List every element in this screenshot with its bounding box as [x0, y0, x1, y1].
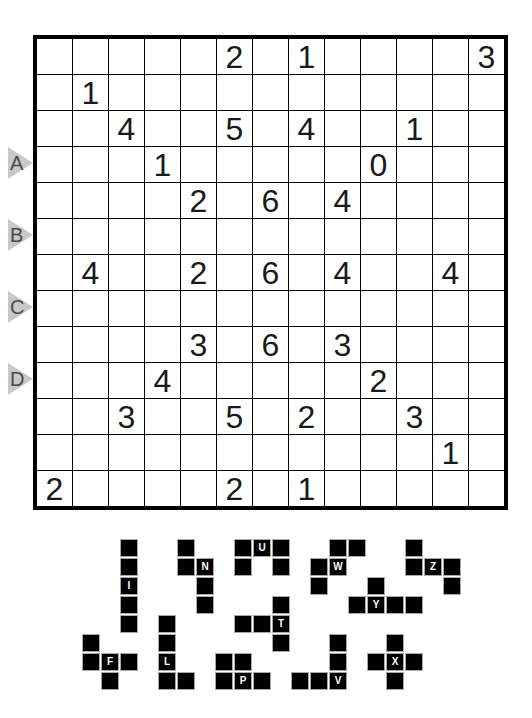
- pentomino-cell: [444, 578, 460, 594]
- grid-cell[interactable]: [109, 471, 144, 506]
- pentomino-cell: [254, 673, 270, 689]
- grid-cell[interactable]: 6: [253, 327, 288, 362]
- pentomino-cell: [273, 635, 289, 651]
- grid-cell[interactable]: 4: [289, 111, 324, 146]
- clue-number: 1: [154, 149, 172, 181]
- grid-cell[interactable]: [253, 363, 288, 398]
- grid-cell[interactable]: [37, 291, 72, 326]
- pentomino-cell: [178, 540, 194, 556]
- clue-number: 4: [298, 113, 316, 145]
- grid-cell[interactable]: [433, 291, 468, 326]
- grid-cell[interactable]: [145, 183, 180, 218]
- grid-cell[interactable]: [361, 75, 396, 110]
- grid-cell[interactable]: [73, 363, 108, 398]
- grid-cell[interactable]: [433, 363, 468, 398]
- pentomino-cell: [406, 540, 422, 556]
- grid-cell[interactable]: [397, 75, 432, 110]
- grid-cell[interactable]: 4: [325, 255, 360, 290]
- pentomino-cell: N: [197, 559, 213, 575]
- grid-cell[interactable]: 1: [73, 75, 108, 110]
- grid-cell[interactable]: [397, 147, 432, 182]
- grid-cell[interactable]: [397, 39, 432, 74]
- grid-cell[interactable]: [73, 219, 108, 254]
- grid-cell[interactable]: [361, 327, 396, 362]
- pentomino-cell: [311, 559, 327, 575]
- pentomino-cell: [197, 597, 213, 613]
- grid-cell[interactable]: 1: [433, 435, 468, 470]
- grid-cell[interactable]: 4: [109, 111, 144, 146]
- clue-number: 4: [334, 257, 352, 289]
- answer-marker-d: D: [7, 363, 33, 395]
- pentomino-cell: U: [254, 540, 270, 556]
- grid-cell[interactable]: [37, 363, 72, 398]
- grid-cell[interactable]: 4: [325, 183, 360, 218]
- pentomino-cell: [121, 654, 137, 670]
- marker-letter: D: [10, 369, 24, 389]
- grid-cell[interactable]: [73, 399, 108, 434]
- grid-cell[interactable]: [469, 111, 504, 146]
- grid-cell[interactable]: 2: [181, 255, 216, 290]
- grid-cell[interactable]: [433, 219, 468, 254]
- pentomino-label: Y: [373, 600, 380, 610]
- clue-number: 2: [370, 365, 388, 397]
- grid-cell[interactable]: [109, 291, 144, 326]
- grid-cell[interactable]: 3: [469, 39, 504, 74]
- grid-cell[interactable]: 2: [217, 39, 252, 74]
- grid-cell[interactable]: [145, 291, 180, 326]
- pentomino-cell: F: [102, 654, 118, 670]
- pentomino-cell: T: [273, 616, 289, 632]
- clue-number: 5: [226, 401, 244, 433]
- grid-cell[interactable]: [217, 255, 252, 290]
- grid-cell[interactable]: [73, 327, 108, 362]
- pentomino-cell: [311, 673, 327, 689]
- grid-cell[interactable]: [217, 327, 252, 362]
- clue-number: 6: [262, 329, 280, 361]
- grid-cell[interactable]: [37, 255, 72, 290]
- grid-cell[interactable]: [181, 39, 216, 74]
- grid-cell[interactable]: [181, 435, 216, 470]
- grid-cell[interactable]: [469, 435, 504, 470]
- pentomino-label: W: [333, 562, 342, 572]
- pentomino-cell: X: [387, 654, 403, 670]
- clue-number: 2: [226, 41, 244, 73]
- clue-number: 3: [118, 401, 136, 433]
- grid-cell[interactable]: [325, 219, 360, 254]
- answer-marker-c: C: [7, 291, 33, 323]
- grid-cell[interactable]: [325, 147, 360, 182]
- pentomino-cell: [349, 597, 365, 613]
- pentomino-cell: [235, 559, 251, 575]
- pentomino-cell: [273, 559, 289, 575]
- grid-cell[interactable]: [181, 219, 216, 254]
- clue-number: 2: [190, 257, 208, 289]
- pentomino-cell: L: [159, 654, 175, 670]
- grid-cell[interactable]: [433, 75, 468, 110]
- puzzle-board: 2131454110264426443634235231221: [33, 35, 508, 510]
- pentomino-cell: [216, 673, 232, 689]
- grid-cell[interactable]: 5: [217, 399, 252, 434]
- pentomino-label: V: [335, 676, 342, 686]
- clue-number: 6: [262, 185, 280, 217]
- grid-cell[interactable]: [73, 291, 108, 326]
- grid-cell[interactable]: [397, 471, 432, 506]
- grid-cell[interactable]: [181, 291, 216, 326]
- pentomino-label: N: [201, 562, 208, 572]
- clue-number: 1: [406, 113, 424, 145]
- grid-cell[interactable]: [109, 255, 144, 290]
- marker-letter: A: [10, 153, 23, 173]
- pentomino-cell: [368, 654, 384, 670]
- clue-number: 4: [154, 365, 172, 397]
- clue-number: 4: [334, 185, 352, 217]
- pentomino-cell: P: [235, 673, 251, 689]
- grid-cell[interactable]: [433, 399, 468, 434]
- grid-cell[interactable]: [253, 111, 288, 146]
- pentomino-cell: [159, 635, 175, 651]
- grid-cell[interactable]: [433, 183, 468, 218]
- grid-cell[interactable]: 2: [181, 183, 216, 218]
- grid-cell[interactable]: 3: [109, 399, 144, 434]
- grid-cell[interactable]: [433, 39, 468, 74]
- pentomino-cell: [406, 559, 422, 575]
- grid-cell[interactable]: [469, 147, 504, 182]
- grid-cell[interactable]: 1: [289, 471, 324, 506]
- pentomino-cell: [121, 540, 137, 556]
- grid-cell[interactable]: [361, 471, 396, 506]
- grid-cell[interactable]: [469, 291, 504, 326]
- pentomino-cell: [216, 654, 232, 670]
- grid-cell[interactable]: [73, 471, 108, 506]
- pentomino-cell: [121, 559, 137, 575]
- pentomino-cell: [406, 654, 422, 670]
- grid-cell[interactable]: [325, 363, 360, 398]
- grid-cell[interactable]: [181, 111, 216, 146]
- pentomino-cell: [159, 673, 175, 689]
- grid-cell[interactable]: [73, 435, 108, 470]
- pentomino-label: F: [107, 657, 113, 667]
- pentomino-cell: [121, 597, 137, 613]
- clue-number: 5: [226, 113, 244, 145]
- grid-cell[interactable]: [325, 471, 360, 506]
- grid-cell[interactable]: [289, 147, 324, 182]
- grid-cell[interactable]: [73, 147, 108, 182]
- grid-cell[interactable]: [181, 75, 216, 110]
- grid-cell[interactable]: [325, 435, 360, 470]
- pentomino-bank: IFNLUPTWVYXZ: [83, 540, 461, 690]
- grid-cell[interactable]: [289, 75, 324, 110]
- pentomino-cell: [235, 654, 251, 670]
- grid-cell[interactable]: 1: [397, 111, 432, 146]
- grid-cell[interactable]: [397, 255, 432, 290]
- marker-letter: C: [10, 297, 24, 317]
- grid-cell[interactable]: [289, 363, 324, 398]
- clue-number: 1: [82, 77, 100, 109]
- grid-cell[interactable]: [109, 219, 144, 254]
- pentomino-cell: [197, 578, 213, 594]
- grid-cell[interactable]: [253, 291, 288, 326]
- grid-cell[interactable]: [433, 111, 468, 146]
- grid-cell[interactable]: [109, 183, 144, 218]
- grid-cell[interactable]: [253, 147, 288, 182]
- grid-cell[interactable]: [145, 399, 180, 434]
- grid-cell[interactable]: [469, 327, 504, 362]
- grid-cell[interactable]: [361, 39, 396, 74]
- grid-cell[interactable]: [145, 111, 180, 146]
- clue-number: 2: [226, 473, 244, 505]
- clue-number: 2: [298, 401, 316, 433]
- grid-cell[interactable]: [217, 435, 252, 470]
- grid-cell[interactable]: [37, 39, 72, 74]
- grid-cell[interactable]: [469, 183, 504, 218]
- grid-cell[interactable]: 2: [289, 399, 324, 434]
- grid-cell[interactable]: [361, 399, 396, 434]
- pentomino-cell: [406, 597, 422, 613]
- grid-cell[interactable]: [109, 363, 144, 398]
- clue-number: 3: [190, 329, 208, 361]
- grid-cell[interactable]: [37, 183, 72, 218]
- grid-cell[interactable]: [397, 183, 432, 218]
- pentomino-cell: V: [330, 673, 346, 689]
- grid-cell[interactable]: [325, 399, 360, 434]
- grid-cell[interactable]: 2: [217, 471, 252, 506]
- clue-number: 4: [82, 257, 100, 289]
- clue-number: 4: [118, 113, 136, 145]
- grid-cell[interactable]: [145, 327, 180, 362]
- grid-cell[interactable]: [289, 291, 324, 326]
- pentomino-cell: [387, 635, 403, 651]
- pentomino-cell: [83, 654, 99, 670]
- grid-cell[interactable]: [469, 219, 504, 254]
- clue-number: 6: [262, 257, 280, 289]
- pentomino-cell: [330, 540, 346, 556]
- grid-cell[interactable]: 4: [73, 255, 108, 290]
- grid-cell[interactable]: [361, 291, 396, 326]
- clue-number: 1: [442, 437, 460, 469]
- grid-cell[interactable]: [397, 219, 432, 254]
- pentomino-cell: [178, 673, 194, 689]
- pentomino-cell: [292, 673, 308, 689]
- pentomino-cell: I: [121, 578, 137, 594]
- grid-cell[interactable]: [37, 147, 72, 182]
- grid-cell[interactable]: [181, 399, 216, 434]
- grid-cell[interactable]: [145, 219, 180, 254]
- grid-cell[interactable]: 1: [145, 147, 180, 182]
- grid-cell[interactable]: [37, 435, 72, 470]
- marker-letter: B: [10, 225, 23, 245]
- grid-cell[interactable]: [361, 219, 396, 254]
- grid-cell[interactable]: [361, 111, 396, 146]
- grid-cell[interactable]: [289, 327, 324, 362]
- pentomino-cell: Y: [368, 597, 384, 613]
- grid-cell[interactable]: [145, 471, 180, 506]
- grid-cell[interactable]: [109, 75, 144, 110]
- grid-cell[interactable]: [37, 219, 72, 254]
- grid-cell[interactable]: [145, 75, 180, 110]
- grid-cell[interactable]: 0: [361, 147, 396, 182]
- clue-number: 0: [370, 149, 388, 181]
- grid-cell[interactable]: 3: [181, 327, 216, 362]
- grid-cell[interactable]: 6: [253, 183, 288, 218]
- pentomino-cell: [235, 616, 251, 632]
- grid-cell[interactable]: [289, 183, 324, 218]
- grid-cell[interactable]: [145, 39, 180, 74]
- puzzle-page: 2131454110264426443634235231221 ABCD IFN…: [0, 0, 532, 718]
- pentomino-cell: [387, 597, 403, 613]
- pentomino-cell: [387, 673, 403, 689]
- clue-number: 3: [334, 329, 352, 361]
- grid-cell[interactable]: [217, 147, 252, 182]
- grid-cell[interactable]: [361, 255, 396, 290]
- grid-cell[interactable]: [109, 147, 144, 182]
- grid-cell[interactable]: 4: [145, 363, 180, 398]
- grid-cell[interactable]: [325, 39, 360, 74]
- grid-cell[interactable]: [37, 75, 72, 110]
- grid-cell[interactable]: [433, 471, 468, 506]
- grid-cell[interactable]: [253, 435, 288, 470]
- pentomino-cell: [235, 540, 251, 556]
- grid-cell[interactable]: [73, 39, 108, 74]
- pentomino-label: U: [258, 543, 265, 553]
- pentomino-label: X: [392, 657, 399, 667]
- pentomino-cell: Z: [425, 559, 441, 575]
- grid-cell[interactable]: [469, 363, 504, 398]
- grid-cell[interactable]: [181, 363, 216, 398]
- pentomino-label: I: [128, 581, 131, 591]
- grid-cell[interactable]: [397, 327, 432, 362]
- clue-number: 4: [442, 257, 460, 289]
- pentomino-cell: [254, 616, 270, 632]
- pentomino-label: L: [164, 657, 170, 667]
- grid-cell[interactable]: 5: [217, 111, 252, 146]
- grid-cell[interactable]: [289, 219, 324, 254]
- grid-cell[interactable]: [361, 435, 396, 470]
- grid-cell[interactable]: 2: [37, 471, 72, 506]
- grid-cell[interactable]: [217, 363, 252, 398]
- clue-number: 1: [298, 473, 316, 505]
- grid-cell[interactable]: [433, 147, 468, 182]
- grid-cell[interactable]: 2: [361, 363, 396, 398]
- grid-cell[interactable]: [73, 111, 108, 146]
- pentomino-cell: [330, 635, 346, 651]
- grid-cell[interactable]: [37, 327, 72, 362]
- grid-cell[interactable]: [253, 39, 288, 74]
- grid-cell[interactable]: 3: [325, 327, 360, 362]
- grid-cell[interactable]: [253, 399, 288, 434]
- grid-cell[interactable]: [217, 75, 252, 110]
- pentomino-label: Z: [430, 562, 436, 572]
- clue-number: 1: [298, 41, 316, 73]
- grid-cell[interactable]: [37, 111, 72, 146]
- grid-cell[interactable]: [397, 291, 432, 326]
- grid-cell[interactable]: [37, 399, 72, 434]
- clue-number: 3: [478, 41, 496, 73]
- grid-cell[interactable]: [433, 327, 468, 362]
- answer-marker-a: A: [7, 147, 33, 179]
- grid-cell[interactable]: [397, 435, 432, 470]
- pentomino-cell: [121, 616, 137, 632]
- pentomino-label: P: [240, 676, 247, 686]
- grid-cell[interactable]: 4: [433, 255, 468, 290]
- grid-cell[interactable]: 6: [253, 255, 288, 290]
- grid-cell[interactable]: [289, 435, 324, 470]
- grid-cell[interactable]: [217, 183, 252, 218]
- pentomino-cell: [83, 635, 99, 651]
- grid-cell[interactable]: [289, 255, 324, 290]
- grid-cell[interactable]: [325, 291, 360, 326]
- grid-cell[interactable]: [73, 183, 108, 218]
- pentomino-cell: [444, 559, 460, 575]
- pentomino-cell: [349, 540, 365, 556]
- grid-cell[interactable]: [325, 111, 360, 146]
- clue-number: 2: [46, 473, 64, 505]
- pentomino-cell: [273, 597, 289, 613]
- grid-cell[interactable]: [145, 435, 180, 470]
- grid-cell[interactable]: [469, 399, 504, 434]
- grid-cell[interactable]: [217, 219, 252, 254]
- grid-cell[interactable]: [469, 471, 504, 506]
- grid-cell[interactable]: [253, 471, 288, 506]
- grid-cell[interactable]: [253, 75, 288, 110]
- clue-number: 2: [190, 185, 208, 217]
- grid-cell[interactable]: [325, 75, 360, 110]
- grid-cell[interactable]: [397, 363, 432, 398]
- grid-cell[interactable]: [109, 435, 144, 470]
- pentomino-cell: [311, 578, 327, 594]
- pentomino-cell: [368, 578, 384, 594]
- grid-cell[interactable]: [469, 75, 504, 110]
- pentomino-cell: [159, 616, 175, 632]
- pentomino-cell: [178, 559, 194, 575]
- grid-cell[interactable]: 3: [397, 399, 432, 434]
- grid-cell[interactable]: [217, 291, 252, 326]
- answer-marker-b: B: [7, 219, 33, 251]
- grid-cell[interactable]: [109, 327, 144, 362]
- grid-cell[interactable]: [145, 255, 180, 290]
- grid-cell[interactable]: [109, 39, 144, 74]
- pentomino-cell: [330, 654, 346, 670]
- grid-cell[interactable]: [361, 183, 396, 218]
- pentomino-cell: [273, 540, 289, 556]
- clue-number: 3: [406, 401, 424, 433]
- grid-cell[interactable]: [181, 471, 216, 506]
- grid-cell[interactable]: [181, 147, 216, 182]
- grid-cell[interactable]: 1: [289, 39, 324, 74]
- grid-cell[interactable]: [253, 219, 288, 254]
- pentomino-cell: W: [330, 559, 346, 575]
- pentomino-cell: [102, 673, 118, 689]
- grid-cell[interactable]: [469, 255, 504, 290]
- pentomino-label: T: [278, 619, 284, 629]
